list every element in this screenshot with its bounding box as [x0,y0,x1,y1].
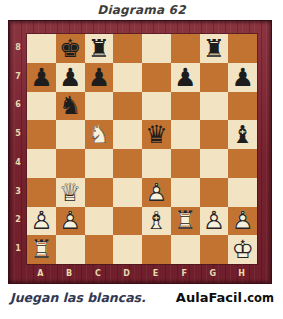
turn-caption: Juegan las blancas. [10,290,146,305]
square-f4 [171,149,200,178]
square-e7 [142,63,171,92]
brand-name: AulaFacil [176,290,242,305]
square-d4 [113,149,142,178]
square-b8: ♚ [56,34,85,63]
square-b7: ♟ [56,63,85,92]
square-d5 [113,120,142,149]
rank-labels: 87654321 [13,33,23,263]
black-knight: ♞ [56,92,85,121]
file-label-c: C [84,267,113,279]
square-c4 [85,149,114,178]
black-pawn: ♟ [228,63,257,92]
black-pawn: ♟ [56,63,85,92]
black-rook: ♜ [85,34,114,63]
square-c3 [85,178,114,207]
square-g8: ♜ [200,34,229,63]
square-e3: ♟♙ [142,178,171,207]
black-pawn: ♟ [171,63,200,92]
white-knight: ♞♘ [85,120,114,149]
black-rook: ♜ [200,34,229,63]
square-g2: ♟♙ [200,207,229,236]
square-e4 [142,149,171,178]
chess-board-frame: 87654321 ♚♜♜♟♟♟♟♟♞♞♘♛♝♛♕♟♙♟♙♟♙♝♗♜♖♟♙♟♙♜♖… [8,20,272,284]
rank-label-3: 3 [13,177,23,206]
square-a6 [27,92,56,121]
square-d2 [113,207,142,236]
square-d3 [113,178,142,207]
diagram-title: Diagrama 62 [0,3,283,17]
black-pawn: ♟ [85,63,114,92]
file-label-d: D [112,267,141,279]
square-a1: ♜♖ [27,235,56,264]
square-e8 [142,34,171,63]
square-e6 [142,92,171,121]
rank-label-2: 2 [13,206,23,235]
rank-label-1: 1 [13,234,23,263]
square-h5: ♝ [228,120,257,149]
file-label-b: B [55,267,84,279]
square-d8 [113,34,142,63]
square-c8: ♜ [85,34,114,63]
square-h4 [228,149,257,178]
white-king: ♚♔ [228,235,257,264]
white-pawn: ♟♙ [27,207,56,236]
square-h2: ♟♙ [228,207,257,236]
square-g1 [200,235,229,264]
square-g5 [200,120,229,149]
white-bishop: ♝♗ [142,207,171,236]
square-e2: ♝♗ [142,207,171,236]
square-f8 [171,34,200,63]
chess-board: ♚♜♜♟♟♟♟♟♞♞♘♛♝♛♕♟♙♟♙♟♙♝♗♜♖♟♙♟♙♜♖♚♔ [26,33,258,265]
square-c1 [85,235,114,264]
square-b1 [56,235,85,264]
square-e1 [142,235,171,264]
square-c5: ♞♘ [85,120,114,149]
square-a4 [27,149,56,178]
square-g4 [200,149,229,178]
square-h6 [228,92,257,121]
white-pawn: ♟♙ [200,207,229,236]
square-f3 [171,178,200,207]
white-rook: ♜♖ [27,235,56,264]
rank-label-4: 4 [13,148,23,177]
square-h7: ♟ [228,63,257,92]
black-bishop: ♝ [228,120,257,149]
square-a2: ♟♙ [27,207,56,236]
square-g7 [200,63,229,92]
rank-label-6: 6 [13,91,23,120]
file-label-e: E [141,267,170,279]
white-pawn: ♟♙ [56,207,85,236]
square-c6 [85,92,114,121]
square-d6 [113,92,142,121]
square-a3 [27,178,56,207]
square-f1 [171,235,200,264]
white-pawn: ♟♙ [228,207,257,236]
square-h8 [228,34,257,63]
square-b6: ♞ [56,92,85,121]
white-pawn: ♟♙ [142,178,171,207]
square-b3: ♛♕ [56,178,85,207]
file-label-a: A [26,267,55,279]
square-h1: ♚♔ [228,235,257,264]
caption-row: Juegan las blancas. AulaFacil.com [10,290,274,305]
square-c7: ♟ [85,63,114,92]
rank-label-8: 8 [13,33,23,62]
brand-logo: AulaFacil.com [176,290,274,305]
square-a5 [27,120,56,149]
black-pawn: ♟ [27,63,56,92]
file-label-f: F [170,267,199,279]
square-b5 [56,120,85,149]
file-label-g: G [199,267,228,279]
square-c2 [85,207,114,236]
square-g6 [200,92,229,121]
square-f5 [171,120,200,149]
white-queen: ♛♕ [56,178,85,207]
square-f7: ♟ [171,63,200,92]
square-b2: ♟♙ [56,207,85,236]
square-d1 [113,235,142,264]
rank-label-5: 5 [13,119,23,148]
square-f6 [171,92,200,121]
square-h3 [228,178,257,207]
square-g3 [200,178,229,207]
rank-label-7: 7 [13,62,23,91]
black-queen: ♛ [142,120,171,149]
square-f2: ♜♖ [171,207,200,236]
file-labels: ABCDEFGH [26,267,256,279]
square-a7: ♟ [27,63,56,92]
file-label-h: H [227,267,256,279]
brand-suffix: .com [243,291,274,305]
black-king: ♚ [56,34,85,63]
square-e5: ♛ [142,120,171,149]
square-d7 [113,63,142,92]
white-rook: ♜♖ [171,207,200,236]
square-a8 [27,34,56,63]
square-b4 [56,149,85,178]
